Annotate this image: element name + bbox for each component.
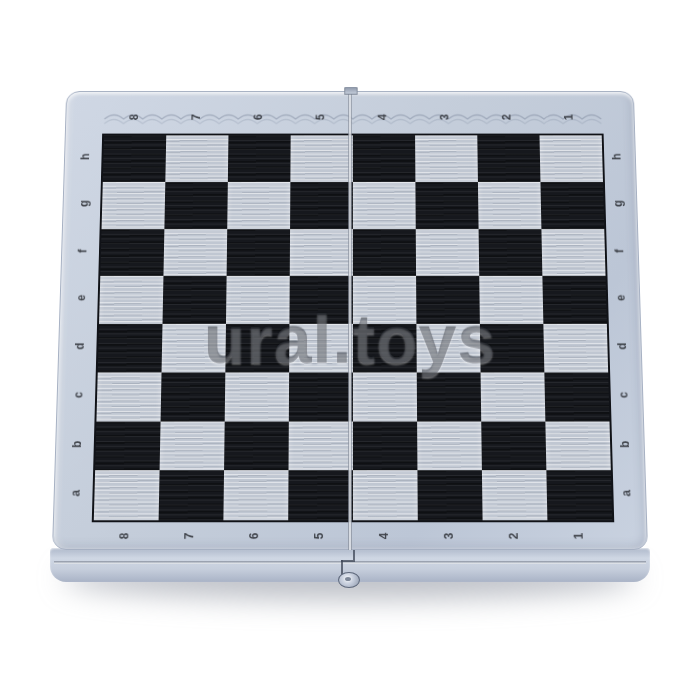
coord-label-h: h [592, 145, 641, 169]
coord-label-c: c [598, 382, 649, 407]
coord-label-5: 5 [304, 504, 332, 568]
square-e3 [416, 276, 480, 324]
square-e2 [479, 276, 543, 324]
square-e5 [289, 276, 352, 324]
square-d5 [289, 324, 353, 372]
square-b3 [417, 421, 482, 470]
square-g3 [415, 182, 478, 229]
coord-label-b: b [52, 431, 103, 456]
square-e4 [353, 276, 416, 324]
coord-label-3: 3 [434, 504, 463, 568]
coord-label-3: 3 [430, 88, 457, 147]
chess-board: 87654321 87654321 hgfedcba hgfedcba [52, 91, 648, 550]
square-f3 [416, 229, 479, 276]
square-f5 [290, 229, 353, 276]
board-side-edge [50, 548, 650, 582]
coord-label-2: 2 [499, 504, 528, 568]
coord-label-d: d [597, 334, 647, 359]
coord-label-6: 6 [239, 504, 268, 568]
square-b4 [353, 421, 417, 470]
square-g2 [478, 182, 541, 229]
square-f6 [227, 229, 290, 276]
latch-rivet [338, 572, 360, 588]
square-g8 [102, 182, 166, 229]
coord-label-e: e [56, 286, 106, 311]
square-f7 [163, 229, 227, 276]
coord-label-2: 2 [492, 88, 520, 147]
coord-label-e: e [596, 286, 646, 311]
product-photo: 87654321 87654321 hgfedcba hgfedcba ural… [0, 0, 700, 700]
coord-label-h: h [61, 145, 110, 169]
coord-label-5: 5 [306, 88, 333, 147]
square-b8 [95, 421, 160, 470]
fold-seam [348, 89, 352, 550]
square-g7 [164, 182, 227, 229]
hinge-notch [344, 87, 357, 95]
square-b6 [224, 421, 289, 470]
square-c7 [161, 372, 226, 421]
coord-label-c: c [53, 382, 104, 407]
coord-label-a: a [50, 481, 101, 507]
square-g4 [353, 182, 416, 229]
coord-label-f: f [594, 238, 644, 262]
square-d7 [162, 324, 226, 372]
square-e7 [162, 276, 226, 324]
coord-label-d: d [55, 334, 105, 359]
square-b2 [481, 421, 546, 470]
coord-label-f: f [58, 238, 108, 262]
coord-label-g: g [59, 191, 109, 215]
square-g6 [227, 182, 290, 229]
square-d2 [480, 324, 544, 372]
coord-label-1: 1 [554, 88, 582, 147]
coord-label-8: 8 [109, 504, 138, 568]
coord-label-7: 7 [174, 504, 203, 568]
coord-label-4: 4 [369, 88, 396, 147]
coord-label-6: 6 [244, 88, 271, 147]
square-b7 [160, 421, 225, 470]
coord-label-a: a [601, 481, 652, 507]
square-b5 [289, 421, 353, 470]
square-c3 [417, 372, 481, 421]
square-c2 [481, 372, 546, 421]
board-grid [92, 134, 614, 523]
latch-seam [341, 560, 355, 562]
square-g5 [290, 182, 353, 229]
board-frame: 87654321 87654321 hgfedcba hgfedcba [52, 91, 648, 550]
square-f4 [353, 229, 416, 276]
coord-label-b: b [600, 431, 651, 456]
square-f8 [100, 229, 164, 276]
square-d6 [225, 324, 289, 372]
square-d4 [353, 324, 417, 372]
coord-label-8: 8 [120, 88, 148, 147]
coord-label-4: 4 [369, 504, 397, 568]
square-e6 [226, 276, 290, 324]
square-c6 [225, 372, 289, 421]
square-e8 [99, 276, 163, 324]
square-f2 [479, 229, 543, 276]
coord-label-7: 7 [182, 88, 210, 147]
coord-label-1: 1 [563, 504, 592, 568]
square-c4 [353, 372, 417, 421]
square-c8 [96, 372, 161, 421]
coord-label-g: g [593, 191, 643, 215]
square-d3 [416, 324, 480, 372]
square-d8 [98, 324, 163, 372]
square-c5 [289, 372, 353, 421]
